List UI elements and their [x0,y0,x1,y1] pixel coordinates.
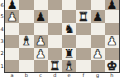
white-pawn-icon[interactable]: ♟ [35,48,46,60]
square-a4[interactable] [5,23,19,35]
square-a6[interactable]: ♟ [5,0,19,10]
square-e6[interactable] [62,0,76,10]
square-c1[interactable] [34,60,48,72]
square-d6[interactable] [48,0,62,10]
square-a1[interactable] [5,60,19,72]
square-a2[interactable] [5,48,19,60]
square-d3[interactable] [48,35,62,47]
square-b1[interactable] [19,60,33,72]
file-label-a: a [5,73,19,78]
square-b6[interactable] [19,0,33,10]
rank-label-5: 5 [0,14,4,19]
square-h5[interactable] [105,10,119,22]
file-label-g: g [91,73,105,78]
rank-label-4: 4 [0,27,4,32]
square-c5[interactable]: ♟ [34,10,48,22]
square-g2[interactable]: ♟ [91,48,105,60]
square-h1[interactable]: ♚ [105,60,119,72]
white-bishop-icon[interactable]: ♝ [21,35,32,47]
file-label-f: f [76,73,90,78]
square-h3[interactable]: ♟ [105,35,119,47]
white-rook-icon[interactable]: ♜ [78,11,89,23]
black-knight-icon[interactable]: ♞ [64,23,75,35]
square-f5[interactable]: ♜ [76,10,90,22]
square-e3[interactable] [62,35,76,47]
white-king-icon[interactable]: ♚ [106,60,117,72]
rank-label-6: 6 [0,3,4,8]
white-pawn-icon[interactable]: ♟ [7,11,18,23]
white-bishop-icon[interactable]: ♝ [64,60,75,72]
square-f4[interactable] [76,23,90,35]
rank-label-3: 3 [0,39,4,44]
square-c3[interactable]: ♟ [34,35,48,47]
white-pawn-icon[interactable]: ♟ [35,35,46,47]
square-f3[interactable] [76,35,90,47]
square-e1[interactable]: ♝ [62,60,76,72]
black-rook-icon[interactable]: ♜ [64,48,75,60]
white-pawn-icon[interactable]: ♟ [106,35,117,47]
square-d4[interactable] [48,23,62,35]
square-e5[interactable] [62,10,76,22]
square-e4[interactable]: ♞ [62,23,76,35]
rank-label-1: 1 [0,64,4,69]
square-c6[interactable] [34,0,48,10]
square-h6[interactable]: ♟ [105,0,119,10]
square-g4[interactable] [91,23,105,35]
square-g5[interactable]: ♟ [91,10,105,22]
square-b3[interactable]: ♝ [19,35,33,47]
file-label-d: d [48,73,62,78]
square-f1[interactable] [76,60,90,72]
white-pawn-icon[interactable]: ♟ [92,48,103,60]
chess-diagram: ♟♟♟♟♜♟♞♝♟♟♟♜♟♜♝♚ 654321 abcdefgh [0,0,120,80]
square-a3[interactable] [5,35,19,47]
square-f6[interactable] [76,0,90,10]
black-pawn-icon[interactable]: ♟ [92,11,103,23]
square-b5[interactable] [19,10,33,22]
black-pawn-icon[interactable]: ♟ [35,11,46,23]
square-b2[interactable] [19,48,33,60]
file-label-e: e [62,73,76,78]
square-f2[interactable] [76,48,90,60]
chess-board: ♟♟♟♟♜♟♞♝♟♟♟♜♟♜♝♚ [4,0,120,73]
file-label-c: c [34,73,48,78]
square-g3[interactable] [91,35,105,47]
square-d5[interactable] [48,10,62,22]
white-rook-icon[interactable]: ♜ [49,60,60,72]
file-label-b: b [19,73,33,78]
square-d1[interactable]: ♜ [48,60,62,72]
square-a5[interactable]: ♟ [5,10,19,22]
square-g1[interactable] [91,60,105,72]
square-c2[interactable]: ♟ [34,48,48,60]
rank-label-2: 2 [0,51,4,56]
file-label-h: h [105,73,119,78]
square-g6[interactable] [91,0,105,10]
